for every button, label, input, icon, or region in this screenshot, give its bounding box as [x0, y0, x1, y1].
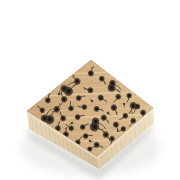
wooden-stamp-scene	[0, 0, 180, 180]
product-photo	[0, 0, 180, 180]
